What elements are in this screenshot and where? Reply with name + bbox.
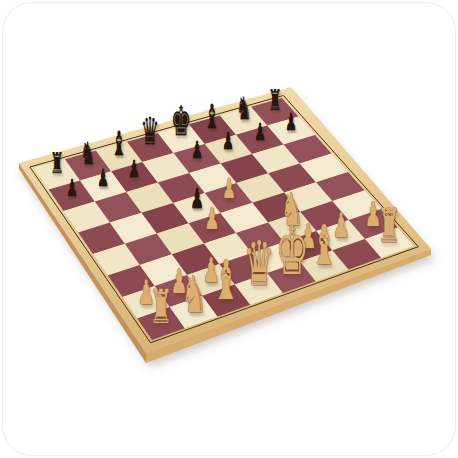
piece-white-rook[interactable]: ♜: [149, 284, 172, 331]
piece-black-pawn[interactable]: ♟: [66, 175, 78, 199]
piece-white-bishop[interactable]: ♝: [310, 218, 338, 273]
piece-white-knight[interactable]: ♞: [181, 268, 207, 319]
piece-black-bishop[interactable]: ♝: [111, 126, 128, 160]
piece-white-bishop[interactable]: ♝: [212, 253, 240, 308]
piece-black-queen[interactable]: ♛: [141, 113, 160, 151]
piece-white-king[interactable]: ♚: [275, 218, 309, 285]
piece-white-queen[interactable]: ♛: [243, 235, 274, 297]
piece-black-pawn[interactable]: ♟: [254, 120, 266, 144]
piece-black-pawn[interactable]: ♟: [97, 166, 109, 190]
piece-black-pawn[interactable]: ♟: [128, 157, 140, 181]
piece-black-bishop[interactable]: ♝: [204, 99, 221, 133]
piece-white-pawn[interactable]: ♟: [222, 175, 236, 203]
piece-black-king[interactable]: ♚: [171, 101, 192, 142]
piece-black-knight[interactable]: ♞: [236, 93, 252, 124]
piece-black-rook[interactable]: ♜: [50, 149, 64, 178]
piece-white-pawn[interactable]: ♟: [205, 204, 220, 234]
piece-black-pawn[interactable]: ♟: [190, 185, 204, 213]
piece-black-knight[interactable]: ♞: [80, 137, 96, 168]
piece-white-rook[interactable]: ♜: [378, 204, 401, 251]
piece-black-pawn[interactable]: ♟: [191, 138, 203, 162]
piece-black-pawn[interactable]: ♟: [222, 129, 234, 153]
piece-black-pawn[interactable]: ♟: [285, 110, 297, 134]
pieces-layer: ♜♞♝♛♚♝♞♜♟♟♟♟♟♟♟♟♟♟♞♟♟♟♟♟♟♜♞♝♛♚♝♜: [0, 0, 458, 458]
piece-black-rook[interactable]: ♜: [268, 87, 282, 116]
product-photo: ♜♞♝♛♚♝♞♜♟♟♟♟♟♟♟♟♟♟♞♟♟♟♟♟♟♜♞♝♛♚♝♜: [0, 0, 458, 458]
